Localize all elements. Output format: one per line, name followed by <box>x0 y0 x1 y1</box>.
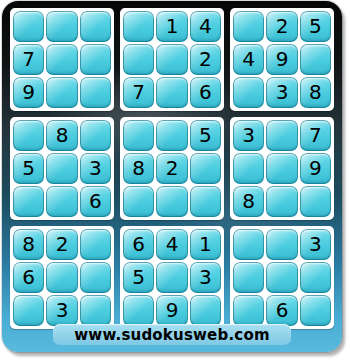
sudoku-cell-r1c7[interactable] <box>233 11 264 42</box>
sudoku-cell-r6c8[interactable] <box>266 186 297 217</box>
sudoku-cell-r9c9[interactable] <box>300 295 331 326</box>
cell-digit: 3 <box>199 267 212 287</box>
sudoku-cell-r7c5[interactable]: 4 <box>156 229 187 260</box>
sudoku-cell-r8c5[interactable] <box>156 262 187 293</box>
sudoku-cell-r4c3[interactable] <box>80 120 111 151</box>
cell-digit: 6 <box>276 300 289 320</box>
sudoku-cell-r4c7[interactable]: 3 <box>233 120 264 151</box>
sudoku-cell-r5c6[interactable] <box>190 153 221 184</box>
sudoku-cell-r3c7[interactable] <box>233 77 264 108</box>
sudoku-cell-r5c2[interactable] <box>46 153 77 184</box>
sudoku-cell-r5c7[interactable] <box>233 153 264 184</box>
sudoku-box-9: 36 <box>230 226 334 329</box>
sudoku-cell-r9c7[interactable] <box>233 295 264 326</box>
sudoku-cell-r7c1[interactable]: 8 <box>13 229 44 260</box>
sudoku-cell-r1c6[interactable]: 4 <box>190 11 221 42</box>
cell-digit: 7 <box>22 49 35 69</box>
cell-digit: 5 <box>22 158 35 178</box>
sudoku-cell-r7c2[interactable]: 2 <box>46 229 77 260</box>
sudoku-cell-r6c6[interactable] <box>190 186 221 217</box>
footer-url-label: www.sudokusweb.com <box>74 326 269 344</box>
sudoku-cell-r4c4[interactable] <box>123 120 154 151</box>
sudoku-cell-r7c7[interactable] <box>233 229 264 260</box>
cell-digit: 9 <box>309 158 322 178</box>
sudoku-cell-r9c3[interactable] <box>80 295 111 326</box>
sudoku-cell-r5c8[interactable] <box>266 153 297 184</box>
sudoku-cell-r7c4[interactable]: 6 <box>123 229 154 260</box>
sudoku-cell-r8c7[interactable] <box>233 262 264 293</box>
sudoku-cell-r9c1[interactable] <box>13 295 44 326</box>
sudoku-cell-r4c8[interactable] <box>266 120 297 151</box>
cell-digit: 3 <box>89 158 102 178</box>
sudoku-cell-r5c9[interactable]: 9 <box>300 153 331 184</box>
sudoku-cell-r9c8[interactable]: 6 <box>266 295 297 326</box>
sudoku-box-1: 79 <box>10 8 114 111</box>
sudoku-cell-r4c2[interactable]: 8 <box>46 120 77 151</box>
sudoku-cell-r2c9[interactable] <box>300 44 331 75</box>
sudoku-cell-r6c2[interactable] <box>46 186 77 217</box>
sudoku-cell-r4c9[interactable]: 7 <box>300 120 331 151</box>
cell-digit: 9 <box>22 82 35 102</box>
sudoku-cell-r2c7[interactable]: 4 <box>233 44 264 75</box>
sudoku-cell-r3c5[interactable] <box>156 77 187 108</box>
cell-digit: 3 <box>242 125 255 145</box>
cell-digit: 8 <box>309 82 322 102</box>
cell-digit: 8 <box>242 191 255 211</box>
sudoku-cell-r5c5[interactable]: 2 <box>156 153 187 184</box>
sudoku-cell-r7c6[interactable]: 1 <box>190 229 221 260</box>
cell-digit: 2 <box>199 49 212 69</box>
cell-digit: 2 <box>166 158 179 178</box>
sudoku-cell-r3c2[interactable] <box>46 77 77 108</box>
cell-digit: 6 <box>132 234 145 254</box>
sudoku-cell-r3c8[interactable]: 3 <box>266 77 297 108</box>
sudoku-cell-r4c5[interactable] <box>156 120 187 151</box>
cell-digit: 8 <box>132 158 145 178</box>
cell-digit: 6 <box>89 191 102 211</box>
sudoku-cell-r4c1[interactable] <box>13 120 44 151</box>
sudoku-cell-r9c2[interactable]: 3 <box>46 295 77 326</box>
sudoku-cell-r8c9[interactable] <box>300 262 331 293</box>
sudoku-cell-r6c1[interactable] <box>13 186 44 217</box>
cell-digit: 7 <box>309 125 322 145</box>
cell-digit: 1 <box>199 234 212 254</box>
sudoku-box-2: 14276 <box>120 8 224 111</box>
cell-digit: 3 <box>309 234 322 254</box>
cell-digit: 8 <box>56 125 69 145</box>
cell-digit: 5 <box>132 267 145 287</box>
sudoku-cell-r3c9[interactable]: 8 <box>300 77 331 108</box>
sudoku-box-7: 8263 <box>10 226 114 329</box>
cell-digit: 3 <box>56 300 69 320</box>
sudoku-cell-r2c5[interactable] <box>156 44 187 75</box>
cell-digit: 6 <box>199 82 212 102</box>
sudoku-cell-r1c8[interactable]: 2 <box>266 11 297 42</box>
sudoku-cell-r3c4[interactable]: 7 <box>123 77 154 108</box>
sudoku-cell-r3c3[interactable] <box>80 77 111 108</box>
sudoku-cell-r6c4[interactable] <box>123 186 154 217</box>
cell-digit: 5 <box>309 16 322 36</box>
cell-digit: 2 <box>56 234 69 254</box>
sudoku-box-8: 641539 <box>120 226 224 329</box>
sudoku-cell-r1c2[interactable] <box>46 11 77 42</box>
sudoku-cell-r1c5[interactable]: 1 <box>156 11 187 42</box>
sudoku-cell-r1c3[interactable] <box>80 11 111 42</box>
sudoku-cell-r9c4[interactable] <box>123 295 154 326</box>
sudoku-cell-r2c8[interactable]: 9 <box>266 44 297 75</box>
cell-digit: 2 <box>276 16 289 36</box>
sudoku-cell-r6c7[interactable]: 8 <box>233 186 264 217</box>
sudoku-box-5: 582 <box>120 117 224 220</box>
sudoku-cell-r8c1[interactable]: 6 <box>13 262 44 293</box>
sudoku-cell-r8c3[interactable] <box>80 262 111 293</box>
cell-digit: 4 <box>199 16 212 36</box>
sudoku-box-6: 3798 <box>230 117 334 220</box>
sudoku-cell-r6c9[interactable] <box>300 186 331 217</box>
cell-digit: 4 <box>242 49 255 69</box>
sudoku-box-4: 8536 <box>10 117 114 220</box>
sudoku-board: 791427625493885365823798826364153936 <box>10 8 334 329</box>
cell-digit: 6 <box>22 267 35 287</box>
sudoku-cell-r2c2[interactable] <box>46 44 77 75</box>
sudoku-cell-r1c4[interactable] <box>123 11 154 42</box>
cell-digit: 8 <box>22 234 35 254</box>
puzzle-card: 791427625493885365823798826364153936 www… <box>2 1 342 352</box>
sudoku-cell-r1c1[interactable] <box>13 11 44 42</box>
sudoku-cell-r2c3[interactable] <box>80 44 111 75</box>
sudoku-cell-r8c6[interactable]: 3 <box>190 262 221 293</box>
sudoku-cell-r4c6[interactable]: 5 <box>190 120 221 151</box>
sudoku-cell-r8c8[interactable] <box>266 262 297 293</box>
footer-url-bar: www.sudokusweb.com <box>53 324 291 345</box>
sudoku-cell-r3c1[interactable]: 9 <box>13 77 44 108</box>
cell-digit: 9 <box>276 49 289 69</box>
sudoku-cell-r7c8[interactable] <box>266 229 297 260</box>
sudoku-cell-r9c5[interactable]: 9 <box>156 295 187 326</box>
cell-digit: 7 <box>132 82 145 102</box>
sudoku-cell-r5c3[interactable]: 3 <box>80 153 111 184</box>
sudoku-cell-r3c6[interactable]: 6 <box>190 77 221 108</box>
sudoku-cell-r1c9[interactable]: 5 <box>300 11 331 42</box>
cell-digit: 1 <box>166 16 179 36</box>
sudoku-cell-r8c4[interactable]: 5 <box>123 262 154 293</box>
sudoku-cell-r7c9[interactable]: 3 <box>300 229 331 260</box>
sudoku-box-3: 254938 <box>230 8 334 111</box>
sudoku-cell-r6c3[interactable]: 6 <box>80 186 111 217</box>
sudoku-cell-r2c6[interactable]: 2 <box>190 44 221 75</box>
sudoku-cell-r7c3[interactable] <box>80 229 111 260</box>
cell-digit: 5 <box>199 125 212 145</box>
sudoku-cell-r2c4[interactable] <box>123 44 154 75</box>
sudoku-cell-r2c1[interactable]: 7 <box>13 44 44 75</box>
sudoku-cell-r6c5[interactable] <box>156 186 187 217</box>
cell-digit: 3 <box>276 82 289 102</box>
sudoku-cell-r5c4[interactable]: 8 <box>123 153 154 184</box>
sudoku-screenshot: 791427625493885365823798826364153936 www… <box>0 0 350 360</box>
sudoku-cell-r8c2[interactable] <box>46 262 77 293</box>
sudoku-cell-r9c6[interactable] <box>190 295 221 326</box>
cell-digit: 9 <box>166 300 179 320</box>
sudoku-cell-r5c1[interactable]: 5 <box>13 153 44 184</box>
cell-digit: 4 <box>166 234 179 254</box>
